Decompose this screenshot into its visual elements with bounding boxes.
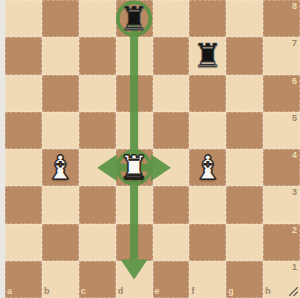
square-h3[interactable]: 3 bbox=[263, 186, 300, 223]
square-h7[interactable]: 7 bbox=[263, 37, 300, 74]
square-a6[interactable] bbox=[5, 75, 42, 112]
square-b5[interactable] bbox=[42, 112, 79, 149]
square-e5[interactable] bbox=[153, 112, 190, 149]
square-g1[interactable]: g bbox=[226, 261, 263, 298]
piece-black-rook-d8[interactable]: ♜ bbox=[116, 0, 153, 37]
rank-label-7: 7 bbox=[292, 39, 297, 48]
rank-label-2: 2 bbox=[292, 226, 297, 235]
square-d5[interactable] bbox=[116, 112, 153, 149]
square-c8[interactable] bbox=[79, 0, 116, 37]
square-d2[interactable] bbox=[116, 224, 153, 261]
resize-handle-stroke-1 bbox=[294, 292, 299, 297]
square-c3[interactable] bbox=[79, 186, 116, 223]
square-d1[interactable]: d bbox=[116, 261, 153, 298]
square-g5[interactable] bbox=[226, 112, 263, 149]
square-h6[interactable]: 6 bbox=[263, 75, 300, 112]
square-c6[interactable] bbox=[79, 75, 116, 112]
rank-label-4: 4 bbox=[292, 151, 297, 160]
square-g6[interactable] bbox=[226, 75, 263, 112]
square-c7[interactable] bbox=[79, 37, 116, 74]
square-a2[interactable] bbox=[5, 224, 42, 261]
square-a5[interactable] bbox=[5, 112, 42, 149]
square-d6[interactable] bbox=[116, 75, 153, 112]
square-d3[interactable] bbox=[116, 186, 153, 223]
square-h5[interactable]: 5 bbox=[263, 112, 300, 149]
square-a4[interactable] bbox=[5, 149, 42, 186]
square-f8[interactable] bbox=[189, 0, 226, 37]
square-e7[interactable] bbox=[153, 37, 190, 74]
file-label-c: c bbox=[81, 287, 86, 296]
square-g2[interactable] bbox=[226, 224, 263, 261]
rank-label-8: 8 bbox=[292, 2, 297, 11]
square-a7[interactable] bbox=[5, 37, 42, 74]
piece-white-bishop-b4[interactable]: ♝ bbox=[42, 149, 79, 186]
square-d7[interactable] bbox=[116, 37, 153, 74]
square-h8[interactable]: 8 bbox=[263, 0, 300, 37]
square-f1[interactable]: f bbox=[189, 261, 226, 298]
square-f6[interactable] bbox=[189, 75, 226, 112]
square-g4[interactable] bbox=[226, 149, 263, 186]
square-b7[interactable] bbox=[42, 37, 79, 74]
square-c4[interactable] bbox=[79, 149, 116, 186]
square-g8[interactable] bbox=[226, 0, 263, 37]
file-label-g: g bbox=[228, 287, 234, 296]
square-c5[interactable] bbox=[79, 112, 116, 149]
file-label-b: b bbox=[44, 287, 50, 296]
square-b3[interactable] bbox=[42, 186, 79, 223]
square-e4[interactable] bbox=[153, 149, 190, 186]
rank-label-1: 1 bbox=[292, 263, 297, 272]
piece-white-bishop-f4[interactable]: ♝ bbox=[189, 149, 226, 186]
square-f3[interactable] bbox=[189, 186, 226, 223]
file-label-f: f bbox=[191, 287, 194, 296]
square-f2[interactable] bbox=[189, 224, 226, 261]
resize-handle-stroke-0 bbox=[289, 287, 298, 296]
square-h2[interactable]: 2 bbox=[263, 224, 300, 261]
file-label-e: e bbox=[155, 287, 160, 296]
square-b1[interactable]: b bbox=[42, 261, 79, 298]
board-resize-handle-icon[interactable] bbox=[289, 287, 298, 296]
square-h4[interactable]: 4 bbox=[263, 149, 300, 186]
square-c2[interactable] bbox=[79, 224, 116, 261]
square-f5[interactable] bbox=[189, 112, 226, 149]
square-g3[interactable] bbox=[226, 186, 263, 223]
piece-black-rook-f7[interactable]: ♜ bbox=[189, 37, 226, 74]
square-e8[interactable] bbox=[153, 0, 190, 37]
square-c1[interactable]: c bbox=[79, 261, 116, 298]
square-g7[interactable] bbox=[226, 37, 263, 74]
piece-white-rook-d4[interactable]: ♜ bbox=[116, 149, 153, 186]
rank-label-3: 3 bbox=[292, 188, 297, 197]
square-a8[interactable] bbox=[5, 0, 42, 37]
file-label-h: h bbox=[265, 287, 271, 296]
square-a1[interactable]: a bbox=[5, 261, 42, 298]
square-a3[interactable] bbox=[5, 186, 42, 223]
square-e1[interactable]: e bbox=[153, 261, 190, 298]
square-e6[interactable] bbox=[153, 75, 190, 112]
square-e2[interactable] bbox=[153, 224, 190, 261]
square-e3[interactable] bbox=[153, 186, 190, 223]
rank-label-6: 6 bbox=[292, 77, 297, 86]
file-label-d: d bbox=[118, 287, 124, 296]
chess-board: 8765432abcdefgh1 ♜♜♝♜♝ bbox=[5, 0, 300, 298]
square-b6[interactable] bbox=[42, 75, 79, 112]
rank-label-5: 5 bbox=[292, 114, 297, 123]
square-b2[interactable] bbox=[42, 224, 79, 261]
square-b8[interactable] bbox=[42, 0, 79, 37]
file-label-a: a bbox=[7, 287, 12, 296]
